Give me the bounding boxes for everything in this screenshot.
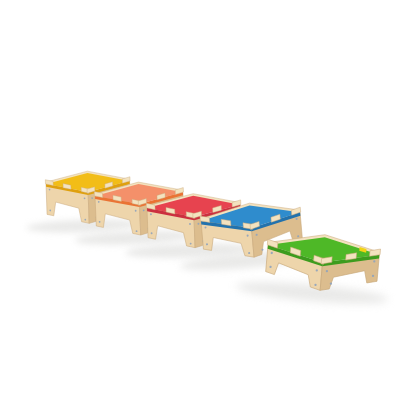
step-stools-scene <box>0 0 400 400</box>
product-photo <box>0 0 400 400</box>
